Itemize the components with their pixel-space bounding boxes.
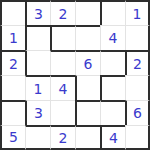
cell-r6c6[interactable]: [125, 125, 150, 150]
cell-r4c6[interactable]: [125, 75, 150, 100]
given-number: 6: [84, 57, 93, 71]
given-number: 2: [133, 57, 142, 71]
given-number: 6: [133, 106, 142, 120]
given-number: 4: [109, 31, 118, 45]
given-number: 2: [59, 7, 68, 21]
cell-r5c1[interactable]: [0, 100, 25, 125]
cell-r2c4[interactable]: [75, 25, 100, 50]
cell-r4c4[interactable]: [75, 75, 100, 100]
cell-r4c5[interactable]: [100, 75, 125, 100]
cell-r6c2[interactable]: [25, 125, 50, 150]
cell-r3c4[interactable]: 6: [75, 50, 100, 75]
given-number: 4: [109, 131, 118, 145]
cell-r3c3[interactable]: [50, 50, 75, 75]
cell-r6c3[interactable]: 2: [50, 125, 75, 150]
given-number: 3: [34, 106, 43, 120]
cell-r5c5[interactable]: [100, 100, 125, 125]
cell-r2c2[interactable]: [25, 25, 50, 50]
cell-r3c5[interactable]: [100, 50, 125, 75]
given-number: 1: [133, 7, 142, 21]
given-number: 2: [9, 57, 18, 71]
cell-r1c4[interactable]: [75, 0, 100, 25]
cell-r2c1[interactable]: 1: [0, 25, 25, 50]
cell-r4c1[interactable]: [0, 75, 25, 100]
suguru-board: 321142621436524: [0, 0, 150, 150]
cell-r2c3[interactable]: [50, 25, 75, 50]
cell-r5c6[interactable]: 6: [125, 100, 150, 125]
cell-r5c2[interactable]: 3: [25, 100, 50, 125]
cell-r2c5[interactable]: 4: [100, 25, 125, 50]
cell-r6c5[interactable]: 4: [100, 125, 125, 150]
given-number: 1: [34, 82, 43, 96]
cell-r1c1[interactable]: [0, 0, 25, 25]
given-number: 1: [9, 31, 18, 45]
cell-r3c6[interactable]: 2: [125, 50, 150, 75]
cell-r6c1[interactable]: 5: [0, 125, 25, 150]
cell-r4c3[interactable]: 4: [50, 75, 75, 100]
cell-r2c6[interactable]: [125, 25, 150, 50]
cell-r3c2[interactable]: [25, 50, 50, 75]
cell-r1c2[interactable]: 3: [25, 0, 50, 25]
cell-r1c5[interactable]: [100, 0, 125, 25]
cell-r5c3[interactable]: [50, 100, 75, 125]
cell-r1c3[interactable]: 2: [50, 0, 75, 25]
cell-r5c4[interactable]: [75, 100, 100, 125]
given-number: 5: [9, 130, 18, 144]
given-number: 3: [34, 7, 43, 21]
cell-r6c4[interactable]: [75, 125, 100, 150]
given-number: 4: [59, 82, 68, 96]
cell-r4c2[interactable]: 1: [25, 75, 50, 100]
cell-r1c6[interactable]: 1: [125, 0, 150, 25]
cell-r3c1[interactable]: 2: [0, 50, 25, 75]
given-number: 2: [59, 131, 68, 145]
